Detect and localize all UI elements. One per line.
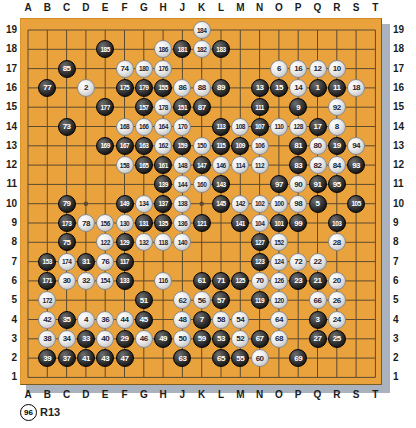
white-stone-F17[interactable]: 74 <box>116 60 134 78</box>
black-stone-F7[interactable]: 117 <box>116 253 134 271</box>
col-label-bottom-F: F <box>121 389 127 401</box>
white-stone-O4[interactable]: 64 <box>270 311 288 329</box>
black-stone-L2[interactable]: 65 <box>212 349 230 367</box>
white-stone-K16[interactable]: 88 <box>193 79 211 97</box>
white-stone-R14[interactable]: 8 <box>328 118 346 136</box>
white-stone-J14[interactable]: 170 <box>173 118 191 136</box>
black-stone-F13[interactable]: 167 <box>116 137 134 155</box>
black-stone-L14[interactable]: 113 <box>212 118 230 136</box>
col-label-top-R: R <box>333 2 340 14</box>
black-stone-Q6[interactable]: 21 <box>309 272 327 290</box>
white-stone-N10[interactable]: 102 <box>251 195 269 213</box>
col-label-top-F: F <box>121 2 127 14</box>
col-label-bottom-K: K <box>198 389 205 401</box>
col-label-top-A: A <box>24 2 31 14</box>
white-stone-B3[interactable]: 38 <box>38 330 56 348</box>
row-label-right-16: 16 <box>393 82 410 94</box>
white-stone-R6[interactable]: 20 <box>328 272 346 290</box>
col-label-bottom-L: L <box>218 389 224 401</box>
white-stone-H14[interactable]: 164 <box>154 118 172 136</box>
white-stone-R15[interactable]: 92 <box>328 98 346 116</box>
white-stone-J10[interactable]: 138 <box>173 195 191 213</box>
black-stone-N16[interactable]: 13 <box>251 79 269 97</box>
white-stone-O3[interactable]: 68 <box>270 330 288 348</box>
black-stone-S10[interactable]: 105 <box>347 195 365 213</box>
col-label-bottom-D: D <box>82 389 89 401</box>
row-label-right-14: 14 <box>393 121 410 133</box>
col-label-bottom-S: S <box>353 389 360 401</box>
white-stone-P7[interactable]: 72 <box>289 253 307 271</box>
black-stone-Q11[interactable]: 91 <box>309 175 327 193</box>
col-label-bottom-E: E <box>102 389 109 401</box>
row-label-right-3: 3 <box>393 333 410 345</box>
black-stone-Q16[interactable]: 1 <box>309 79 327 97</box>
black-stone-K6[interactable]: 61 <box>193 272 211 290</box>
col-label-bottom-G: G <box>140 389 148 401</box>
row-label-left-9: 9 <box>0 217 17 229</box>
row-label-left-11: 11 <box>0 178 17 190</box>
row-label-left-5: 5 <box>0 294 17 306</box>
white-stone-P10[interactable]: 98 <box>289 195 307 213</box>
row-label-left-2: 2 <box>0 352 17 364</box>
white-stone-G17[interactable]: 180 <box>135 60 153 78</box>
white-stone-N6[interactable]: 70 <box>251 272 269 290</box>
row-label-right-18: 18 <box>393 43 410 55</box>
row-label-right-1: 1 <box>393 371 410 383</box>
white-stone-L12[interactable]: 146 <box>212 156 230 174</box>
white-stone-E3[interactable]: 40 <box>96 330 114 348</box>
black-stone-D2[interactable]: 41 <box>77 349 95 367</box>
black-stone-F10[interactable]: 149 <box>116 195 134 213</box>
row-label-right-9: 9 <box>393 217 410 229</box>
black-stone-K3[interactable]: 59 <box>193 330 211 348</box>
white-stone-K11[interactable]: 160 <box>193 175 211 193</box>
white-stone-R5[interactable]: 26 <box>328 291 346 309</box>
row-label-left-10: 10 <box>0 198 17 210</box>
black-stone-O16[interactable]: 15 <box>270 79 288 97</box>
white-stone-K19[interactable]: 184 <box>193 21 211 39</box>
white-stone-H13[interactable]: 162 <box>154 137 172 155</box>
black-stone-L10[interactable]: 145 <box>212 195 230 213</box>
white-stone-M4[interactable]: 54 <box>231 311 249 329</box>
black-stone-H10[interactable]: 137 <box>154 195 172 213</box>
white-stone-H6[interactable]: 116 <box>154 272 172 290</box>
white-stone-R4[interactable]: 24 <box>328 311 346 329</box>
black-stone-Q3[interactable]: 27 <box>309 330 327 348</box>
white-stone-F4[interactable]: 44 <box>116 311 134 329</box>
black-stone-P13[interactable]: 81 <box>289 137 307 155</box>
col-label-bottom-C: C <box>63 389 70 401</box>
col-label-top-N: N <box>256 2 263 14</box>
black-stone-N5[interactable]: 119 <box>251 291 269 309</box>
white-stone-O5[interactable]: 120 <box>270 291 288 309</box>
white-stone-M3[interactable]: 52 <box>231 330 249 348</box>
black-stone-F6[interactable]: 133 <box>116 272 134 290</box>
black-stone-G13[interactable]: 163 <box>135 137 153 155</box>
row-label-right-12: 12 <box>393 159 410 171</box>
white-stone-N12[interactable]: 112 <box>251 156 269 174</box>
black-stone-O9[interactable]: 101 <box>270 214 288 232</box>
white-stone-Q13[interactable]: 80 <box>309 137 327 155</box>
white-stone-G3[interactable]: 46 <box>135 330 153 348</box>
white-stone-C7[interactable]: 174 <box>58 253 76 271</box>
white-stone-O17[interactable]: 6 <box>270 60 288 78</box>
row-label-right-7: 7 <box>393 256 410 268</box>
white-stone-F9[interactable]: 130 <box>116 214 134 232</box>
white-stone-F14[interactable]: 168 <box>116 118 134 136</box>
white-stone-note-icon: 96 <box>20 404 37 421</box>
row-label-left-12: 12 <box>0 159 17 171</box>
black-stone-G9[interactable]: 131 <box>135 214 153 232</box>
white-stone-O10[interactable]: 100 <box>270 195 288 213</box>
white-stone-N13[interactable]: 106 <box>251 137 269 155</box>
col-label-bottom-P: P <box>295 389 302 401</box>
white-stone-K5[interactable]: 56 <box>193 291 211 309</box>
black-stone-F2[interactable]: 47 <box>116 349 134 367</box>
col-label-bottom-M: M <box>236 389 244 401</box>
black-stone-N7[interactable]: 123 <box>251 253 269 271</box>
white-stone-E7[interactable]: 76 <box>96 253 114 271</box>
col-label-top-L: L <box>218 2 224 14</box>
col-label-top-O: O <box>275 2 283 14</box>
white-stone-G10[interactable]: 134 <box>135 195 153 213</box>
col-label-top-D: D <box>82 2 89 14</box>
black-stone-E13[interactable]: 169 <box>96 137 114 155</box>
white-stone-O6[interactable]: 126 <box>270 272 288 290</box>
black-stone-Q10[interactable]: 5 <box>309 195 327 213</box>
white-stone-C6[interactable]: 30 <box>58 272 76 290</box>
white-stone-S13[interactable]: 94 <box>347 137 365 155</box>
white-stone-L4[interactable]: 58 <box>212 311 230 329</box>
white-stone-E6[interactable]: 154 <box>96 272 114 290</box>
white-stone-M14[interactable]: 108 <box>231 118 249 136</box>
white-stone-Q17[interactable]: 12 <box>309 60 327 78</box>
black-stone-K4[interactable]: 7 <box>193 311 211 329</box>
black-stone-K12[interactable]: 147 <box>193 156 211 174</box>
go-board-diagram: AABBCCDDEEFFGGHHJJKKLLMMNNOOPPQQRRSSTT19… <box>0 0 416 428</box>
black-stone-Q4[interactable]: 3 <box>309 311 327 329</box>
col-label-top-Q: Q <box>314 2 322 14</box>
white-stone-J4[interactable]: 48 <box>173 311 191 329</box>
row-label-right-2: 2 <box>393 352 410 364</box>
row-label-right-5: 5 <box>393 294 410 306</box>
black-stone-G5[interactable]: 51 <box>135 291 153 309</box>
col-label-bottom-Q: Q <box>314 389 322 401</box>
white-stone-B4[interactable]: 42 <box>38 311 56 329</box>
row-label-left-13: 13 <box>0 140 17 152</box>
black-stone-R16[interactable]: 11 <box>328 79 346 97</box>
white-stone-R12[interactable]: 84 <box>328 156 346 174</box>
black-stone-K15[interactable]: 87 <box>193 98 211 116</box>
col-label-top-E: E <box>102 2 109 14</box>
white-stone-R8[interactable]: 28 <box>328 233 346 251</box>
white-stone-P16[interactable]: 14 <box>289 79 307 97</box>
black-stone-H9[interactable]: 135 <box>154 214 172 232</box>
black-stone-Q14[interactable]: 17 <box>309 118 327 136</box>
black-stone-F8[interactable]: 129 <box>116 233 134 251</box>
white-stone-D6[interactable]: 32 <box>77 272 95 290</box>
black-stone-G15[interactable]: 157 <box>135 98 153 116</box>
col-label-bottom-J: J <box>180 389 186 401</box>
row-label-left-16: 16 <box>0 82 17 94</box>
col-label-top-S: S <box>353 2 360 14</box>
black-stone-C14[interactable]: 73 <box>58 118 76 136</box>
white-stone-M10[interactable]: 142 <box>231 195 249 213</box>
row-label-left-8: 8 <box>0 236 17 248</box>
col-label-bottom-T: T <box>372 389 378 401</box>
row-label-left-7: 7 <box>0 256 17 268</box>
black-stone-R9[interactable]: 103 <box>328 214 346 232</box>
row-label-left-3: 3 <box>0 333 17 345</box>
black-stone-P6[interactable]: 23 <box>289 272 307 290</box>
black-stone-D7[interactable]: 31 <box>77 253 95 271</box>
row-label-left-6: 6 <box>0 275 17 287</box>
white-stone-D16[interactable]: 2 <box>77 79 95 97</box>
white-stone-K13[interactable]: 150 <box>193 137 211 155</box>
row-label-right-15: 15 <box>393 101 410 113</box>
white-stone-E4[interactable]: 36 <box>96 311 114 329</box>
black-stone-K9[interactable]: 121 <box>193 214 211 232</box>
col-label-top-M: M <box>236 2 244 14</box>
black-stone-C17[interactable]: 85 <box>58 60 76 78</box>
col-label-top-G: G <box>140 2 148 14</box>
black-stone-G12[interactable]: 165 <box>135 156 153 174</box>
black-stone-L16[interactable]: 89 <box>212 79 230 97</box>
row-label-left-1: 1 <box>0 371 17 383</box>
black-stone-R13[interactable]: 19 <box>328 137 346 155</box>
row-label-left-4: 4 <box>0 314 17 326</box>
star-point <box>200 202 204 206</box>
black-stone-N15[interactable]: 111 <box>251 98 269 116</box>
black-stone-L13[interactable]: 115 <box>212 137 230 155</box>
black-stone-C4[interactable]: 35 <box>58 311 76 329</box>
black-stone-F16[interactable]: 175 <box>116 79 134 97</box>
black-stone-N14[interactable]: 107 <box>251 118 269 136</box>
row-label-left-18: 18 <box>0 43 17 55</box>
black-stone-C2[interactable]: 37 <box>58 349 76 367</box>
black-stone-M13[interactable]: 109 <box>231 137 249 155</box>
row-label-right-11: 11 <box>393 178 410 190</box>
white-stone-D9[interactable]: 78 <box>77 214 95 232</box>
black-stone-L3[interactable]: 53 <box>212 330 230 348</box>
row-label-left-14: 14 <box>0 121 17 133</box>
white-stone-Q5[interactable]: 66 <box>309 291 327 309</box>
col-label-bottom-O: O <box>275 389 283 401</box>
black-stone-C8[interactable]: 75 <box>58 233 76 251</box>
star-point <box>84 202 88 206</box>
white-stone-S16[interactable]: 18 <box>347 79 365 97</box>
black-stone-F3[interactable]: 29 <box>116 330 134 348</box>
row-label-left-17: 17 <box>0 63 17 75</box>
white-stone-N2[interactable]: 60 <box>251 349 269 367</box>
row-label-left-15: 15 <box>0 101 17 113</box>
white-stone-K18[interactable]: 182 <box>193 40 211 58</box>
black-stone-D3[interactable]: 33 <box>77 330 95 348</box>
row-label-right-19: 19 <box>393 24 410 36</box>
white-stone-N9[interactable]: 104 <box>251 214 269 232</box>
white-stone-C3[interactable]: 34 <box>58 330 76 348</box>
col-label-top-B: B <box>44 2 51 14</box>
white-stone-Q12[interactable]: 82 <box>309 156 327 174</box>
black-stone-N3[interactable]: 67 <box>251 330 269 348</box>
white-stone-O14[interactable]: 110 <box>270 118 288 136</box>
col-label-top-H: H <box>159 2 166 14</box>
col-label-top-J: J <box>180 2 186 14</box>
white-stone-R17[interactable]: 10 <box>328 60 346 78</box>
col-label-bottom-R: R <box>333 389 340 401</box>
row-label-left-19: 19 <box>0 24 17 36</box>
col-label-bottom-N: N <box>256 389 263 401</box>
white-stone-O7[interactable]: 124 <box>270 253 288 271</box>
move-annotation-point: R13 <box>40 406 60 418</box>
white-stone-P14[interactable]: 128 <box>289 118 307 136</box>
black-stone-B7[interactable]: 153 <box>38 253 56 271</box>
col-label-bottom-H: H <box>159 389 166 401</box>
row-label-right-4: 4 <box>393 314 410 326</box>
black-stone-H3[interactable]: 49 <box>154 330 172 348</box>
row-label-right-8: 8 <box>393 236 410 248</box>
move-annotation: 96 R13 <box>20 402 60 422</box>
white-stone-F12[interactable]: 158 <box>116 156 134 174</box>
col-label-top-P: P <box>295 2 302 14</box>
row-label-right-13: 13 <box>393 140 410 152</box>
col-label-bottom-B: B <box>44 389 51 401</box>
row-label-right-6: 6 <box>393 275 410 287</box>
white-stone-H17[interactable]: 176 <box>154 60 172 78</box>
col-label-top-C: C <box>63 2 70 14</box>
white-stone-G14[interactable]: 166 <box>135 118 153 136</box>
white-stone-Q7[interactable]: 22 <box>309 253 327 271</box>
col-label-top-T: T <box>372 2 378 14</box>
col-label-top-K: K <box>198 2 205 14</box>
black-stone-H16[interactable]: 155 <box>154 79 172 97</box>
white-stone-G8[interactable]: 132 <box>135 233 153 251</box>
row-label-right-10: 10 <box>393 198 410 210</box>
black-stone-C10[interactable]: 79 <box>58 195 76 213</box>
black-stone-G16[interactable]: 179 <box>135 79 153 97</box>
black-stone-C9[interactable]: 173 <box>58 214 76 232</box>
col-label-bottom-A: A <box>24 389 31 401</box>
white-stone-D4[interactable]: 4 <box>77 311 95 329</box>
white-stone-P17[interactable]: 16 <box>289 60 307 78</box>
row-label-right-17: 17 <box>393 63 410 75</box>
black-stone-G4[interactable]: 45 <box>135 311 153 329</box>
black-stone-N8[interactable]: 127 <box>251 233 269 251</box>
black-stone-R3[interactable]: 25 <box>328 330 346 348</box>
black-stone-L6[interactable]: 71 <box>212 272 230 290</box>
